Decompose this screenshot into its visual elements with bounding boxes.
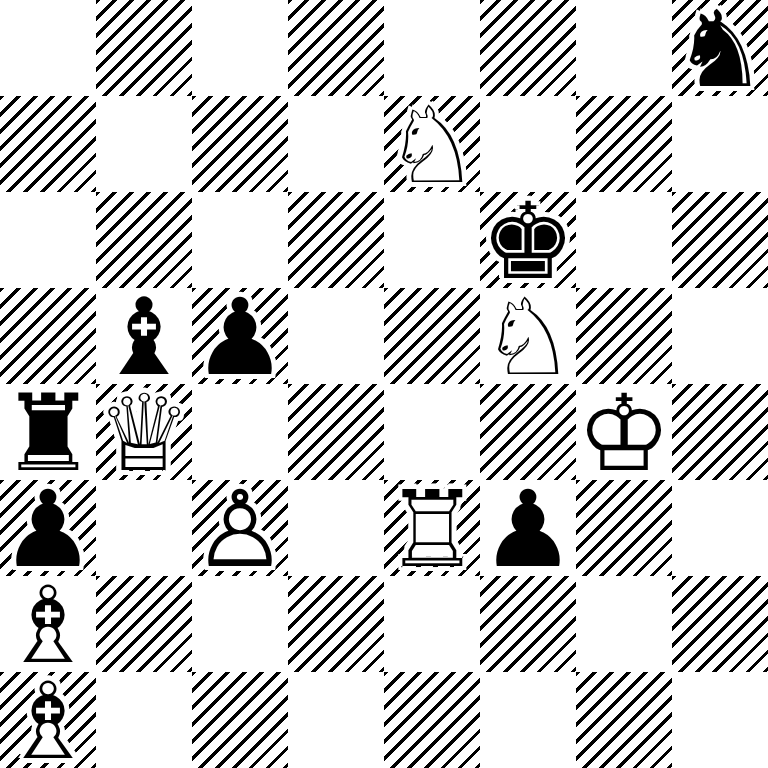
square-d2[interactable] <box>288 576 384 672</box>
square-g2[interactable] <box>576 576 672 672</box>
square-e1[interactable] <box>384 672 480 768</box>
white-knight-icon: ♞♘ <box>384 96 480 192</box>
black-king-icon: ♚ <box>480 192 576 288</box>
square-f2[interactable] <box>480 576 576 672</box>
square-d6[interactable] <box>288 192 384 288</box>
square-f6[interactable]: ♚ <box>480 192 576 288</box>
square-h2[interactable] <box>672 576 768 672</box>
square-a5[interactable] <box>0 288 96 384</box>
square-g4[interactable]: ♚♔ <box>576 384 672 480</box>
square-f4[interactable] <box>480 384 576 480</box>
square-g5[interactable] <box>576 288 672 384</box>
square-g8[interactable] <box>576 0 672 96</box>
square-h1[interactable] <box>672 672 768 768</box>
square-c1[interactable] <box>192 672 288 768</box>
square-e5[interactable] <box>384 288 480 384</box>
square-g7[interactable] <box>576 96 672 192</box>
square-f3[interactable]: ♟ <box>480 480 576 576</box>
black-knight-icon: ♞ <box>672 0 768 96</box>
square-e3[interactable]: ♜♖ <box>384 480 480 576</box>
square-e8[interactable] <box>384 0 480 96</box>
square-h5[interactable] <box>672 288 768 384</box>
square-c6[interactable] <box>192 192 288 288</box>
square-c4[interactable] <box>192 384 288 480</box>
square-d5[interactable] <box>288 288 384 384</box>
square-g1[interactable] <box>576 672 672 768</box>
square-b4[interactable]: ♛♕ <box>96 384 192 480</box>
square-h7[interactable] <box>672 96 768 192</box>
square-d8[interactable] <box>288 0 384 96</box>
square-f8[interactable] <box>480 0 576 96</box>
white-pawn-icon: ♟♙ <box>192 480 288 576</box>
white-queen-icon: ♛♕ <box>96 384 192 480</box>
square-a7[interactable] <box>0 96 96 192</box>
square-h4[interactable] <box>672 384 768 480</box>
black-pawn-icon: ♟ <box>0 480 96 576</box>
square-d3[interactable] <box>288 480 384 576</box>
white-rook-icon: ♜♖ <box>384 480 480 576</box>
square-e4[interactable] <box>384 384 480 480</box>
square-e2[interactable] <box>384 576 480 672</box>
square-b7[interactable] <box>96 96 192 192</box>
square-a6[interactable] <box>0 192 96 288</box>
square-c8[interactable] <box>192 0 288 96</box>
square-b1[interactable] <box>96 672 192 768</box>
square-c2[interactable] <box>192 576 288 672</box>
square-f7[interactable] <box>480 96 576 192</box>
square-d4[interactable] <box>288 384 384 480</box>
square-a3[interactable]: ♟ <box>0 480 96 576</box>
black-rook-icon: ♜ <box>0 384 96 480</box>
square-h8[interactable]: ♞ <box>672 0 768 96</box>
square-e6[interactable] <box>384 192 480 288</box>
square-a1[interactable]: ♝♗ <box>0 672 96 768</box>
square-c7[interactable] <box>192 96 288 192</box>
square-a8[interactable] <box>0 0 96 96</box>
square-f5[interactable]: ♞♘ <box>480 288 576 384</box>
square-c3[interactable]: ♟♙ <box>192 480 288 576</box>
square-d1[interactable] <box>288 672 384 768</box>
black-bishop-icon: ♝ <box>96 288 192 384</box>
white-bishop-icon: ♝♗ <box>0 576 96 672</box>
square-b8[interactable] <box>96 0 192 96</box>
square-h6[interactable] <box>672 192 768 288</box>
white-king-icon: ♚♔ <box>576 384 672 480</box>
square-f1[interactable] <box>480 672 576 768</box>
square-b6[interactable] <box>96 192 192 288</box>
square-b2[interactable] <box>96 576 192 672</box>
black-pawn-icon: ♟ <box>480 480 576 576</box>
black-pawn-icon: ♟ <box>192 288 288 384</box>
chess-board: ♞♞♘♚♝♟♞♘♜♛♕♚♔♟♟♙♜♖♟♝♗♝♗ <box>0 0 768 768</box>
square-d7[interactable] <box>288 96 384 192</box>
white-bishop-icon: ♝♗ <box>0 672 96 768</box>
square-a2[interactable]: ♝♗ <box>0 576 96 672</box>
square-a4[interactable]: ♜ <box>0 384 96 480</box>
square-g3[interactable] <box>576 480 672 576</box>
white-knight-icon: ♞♘ <box>480 288 576 384</box>
square-c5[interactable]: ♟ <box>192 288 288 384</box>
square-h3[interactable] <box>672 480 768 576</box>
square-b3[interactable] <box>96 480 192 576</box>
square-g6[interactable] <box>576 192 672 288</box>
square-b5[interactable]: ♝ <box>96 288 192 384</box>
square-e7[interactable]: ♞♘ <box>384 96 480 192</box>
